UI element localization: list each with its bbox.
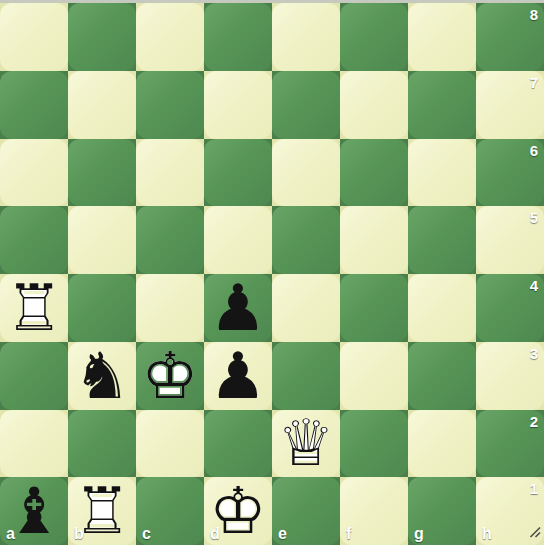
square-d5[interactable] xyxy=(204,206,272,274)
square-d1[interactable]: d♚♔ xyxy=(204,477,272,545)
square-b6[interactable] xyxy=(68,139,136,207)
square-g2[interactable] xyxy=(408,410,476,478)
square-a3[interactable] xyxy=(0,342,68,410)
black-pawn-glyph: ♟ xyxy=(204,342,272,410)
file-label-c: c xyxy=(142,525,151,543)
white-rook-outline-glyph: ♖ xyxy=(0,274,68,342)
rank-label-1: 1 xyxy=(530,480,538,497)
square-c3[interactable]: ♚♔ xyxy=(136,342,204,410)
square-h3[interactable]: 3 xyxy=(476,342,544,410)
square-e6[interactable] xyxy=(272,139,340,207)
square-c4[interactable] xyxy=(136,274,204,342)
chess-app-window: 8765♜♖♟4♞♚♔♟3♛♕2a♝b♜♖cd♚♔efg1h xyxy=(0,0,544,545)
square-f1[interactable]: f xyxy=(340,477,408,545)
rank-label-7: 7 xyxy=(530,74,538,91)
file-label-a: a xyxy=(6,525,15,543)
square-b1[interactable]: b♜♖ xyxy=(68,477,136,545)
resize-handle-icon[interactable] xyxy=(528,524,541,542)
square-a8[interactable] xyxy=(0,3,68,71)
square-c7[interactable] xyxy=(136,71,204,139)
square-f4[interactable] xyxy=(340,274,408,342)
rank-label-3: 3 xyxy=(530,345,538,362)
square-f5[interactable] xyxy=(340,206,408,274)
square-h4[interactable]: 4 xyxy=(476,274,544,342)
square-e7[interactable] xyxy=(272,71,340,139)
square-f7[interactable] xyxy=(340,71,408,139)
piece-white-rook[interactable]: ♜♖ xyxy=(0,274,68,342)
square-d3[interactable]: ♟ xyxy=(204,342,272,410)
rank-label-4: 4 xyxy=(530,277,538,294)
chess-board: 8765♜♖♟4♞♚♔♟3♛♕2a♝b♜♖cd♚♔efg1h xyxy=(0,3,544,545)
square-h1[interactable]: 1h xyxy=(476,477,544,545)
square-e5[interactable] xyxy=(272,206,340,274)
square-a7[interactable] xyxy=(0,71,68,139)
white-queen-outline-glyph: ♕ xyxy=(272,410,340,478)
rank-label-8: 8 xyxy=(530,6,538,23)
square-e2[interactable]: ♛♕ xyxy=(272,410,340,478)
square-g6[interactable] xyxy=(408,139,476,207)
square-h6[interactable]: 6 xyxy=(476,139,544,207)
square-h7[interactable]: 7 xyxy=(476,71,544,139)
square-a6[interactable] xyxy=(0,139,68,207)
square-b3[interactable]: ♞ xyxy=(68,342,136,410)
piece-white-queen[interactable]: ♛♕ xyxy=(272,410,340,478)
square-c1[interactable]: c xyxy=(136,477,204,545)
square-b2[interactable] xyxy=(68,410,136,478)
square-a2[interactable] xyxy=(0,410,68,478)
square-b4[interactable] xyxy=(68,274,136,342)
square-g7[interactable] xyxy=(408,71,476,139)
white-king-outline-glyph: ♔ xyxy=(136,342,204,410)
square-a4[interactable]: ♜♖ xyxy=(0,274,68,342)
piece-white-king[interactable]: ♚♔ xyxy=(136,342,204,410)
file-label-h: h xyxy=(482,525,492,543)
square-c6[interactable] xyxy=(136,139,204,207)
black-knight-glyph: ♞ xyxy=(68,342,136,410)
square-e1[interactable]: e xyxy=(272,477,340,545)
file-label-g: g xyxy=(414,525,424,543)
square-a5[interactable] xyxy=(0,206,68,274)
square-g8[interactable] xyxy=(408,3,476,71)
square-e4[interactable] xyxy=(272,274,340,342)
square-c5[interactable] xyxy=(136,206,204,274)
square-f8[interactable] xyxy=(340,3,408,71)
square-g3[interactable] xyxy=(408,342,476,410)
square-d2[interactable] xyxy=(204,410,272,478)
square-d7[interactable] xyxy=(204,71,272,139)
file-label-f: f xyxy=(346,525,351,543)
square-f2[interactable] xyxy=(340,410,408,478)
square-d8[interactable] xyxy=(204,3,272,71)
black-pawn-glyph: ♟ xyxy=(204,274,272,342)
square-c2[interactable] xyxy=(136,410,204,478)
square-f3[interactable] xyxy=(340,342,408,410)
square-h5[interactable]: 5 xyxy=(476,206,544,274)
square-e8[interactable] xyxy=(272,3,340,71)
square-a1[interactable]: a♝ xyxy=(0,477,68,545)
square-h2[interactable]: 2 xyxy=(476,410,544,478)
file-label-e: e xyxy=(278,525,287,543)
square-h8[interactable]: 8 xyxy=(476,3,544,71)
rank-label-2: 2 xyxy=(530,413,538,430)
piece-black-pawn[interactable]: ♟ xyxy=(204,274,272,342)
piece-black-knight[interactable]: ♞ xyxy=(68,342,136,410)
rank-label-5: 5 xyxy=(530,209,538,226)
square-b8[interactable] xyxy=(68,3,136,71)
square-d4[interactable]: ♟ xyxy=(204,274,272,342)
square-g5[interactable] xyxy=(408,206,476,274)
rank-label-6: 6 xyxy=(530,142,538,159)
square-d6[interactable] xyxy=(204,139,272,207)
square-c8[interactable] xyxy=(136,3,204,71)
square-g1[interactable]: g xyxy=(408,477,476,545)
piece-black-pawn[interactable]: ♟ xyxy=(204,342,272,410)
file-label-b: b xyxy=(74,525,84,543)
square-b5[interactable] xyxy=(68,206,136,274)
square-g4[interactable] xyxy=(408,274,476,342)
square-e3[interactable] xyxy=(272,342,340,410)
square-f6[interactable] xyxy=(340,139,408,207)
file-label-d: d xyxy=(210,525,220,543)
square-b7[interactable] xyxy=(68,71,136,139)
